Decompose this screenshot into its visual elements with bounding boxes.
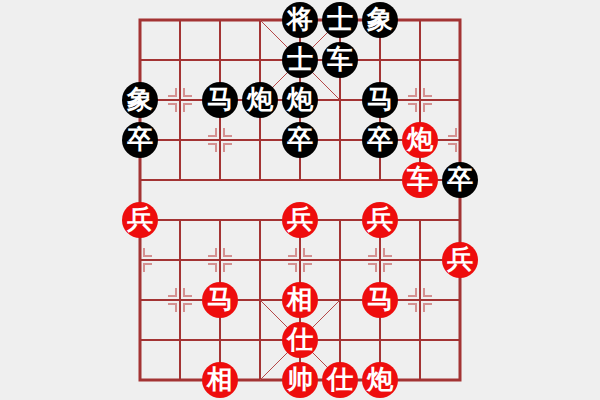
piece-glyph: 兵	[367, 206, 393, 232]
piece-red-soldier[interactable]: 兵	[282, 202, 318, 238]
piece-black-horse[interactable]: 马	[362, 82, 398, 118]
piece-red-advisor[interactable]: 仕	[282, 322, 318, 358]
piece-glyph: 马	[367, 86, 393, 112]
board-pieces-grid: 将士象士车象马炮炮马卒卒卒卒炮车兵兵兵兵马相马仕相帅仕炮	[120, 0, 480, 400]
piece-red-elephant[interactable]: 相	[202, 362, 238, 398]
xiangqi-board: 将士象士车象马炮炮马卒卒卒卒炮车兵兵兵兵马相马仕相帅仕炮	[0, 0, 600, 400]
piece-black-advisor[interactable]: 士	[282, 42, 318, 78]
piece-glyph: 士	[287, 46, 313, 72]
piece-glyph: 炮	[367, 366, 393, 392]
piece-glyph: 仕	[287, 326, 313, 352]
piece-glyph: 卒	[447, 166, 473, 192]
piece-glyph: 马	[207, 286, 233, 312]
piece-black-elephant[interactable]: 象	[122, 82, 158, 118]
piece-glyph: 卒	[367, 126, 393, 152]
piece-glyph: 卒	[287, 126, 313, 152]
piece-glyph: 炮	[247, 86, 273, 112]
piece-glyph: 车	[407, 166, 433, 192]
piece-glyph: 炮	[407, 126, 433, 152]
piece-red-cannon[interactable]: 炮	[402, 122, 438, 158]
piece-glyph: 象	[367, 6, 393, 32]
piece-black-general[interactable]: 将	[282, 2, 318, 38]
piece-glyph: 卒	[127, 126, 153, 152]
piece-glyph: 帅	[287, 366, 313, 392]
piece-red-advisor[interactable]: 仕	[322, 362, 358, 398]
piece-black-elephant[interactable]: 象	[362, 2, 398, 38]
piece-black-chariot[interactable]: 车	[322, 42, 358, 78]
piece-glyph: 将	[287, 6, 313, 32]
piece-red-chariot[interactable]: 车	[402, 162, 438, 198]
piece-red-horse[interactable]: 马	[362, 282, 398, 318]
piece-black-soldier[interactable]: 卒	[122, 122, 158, 158]
piece-black-horse[interactable]: 马	[202, 82, 238, 118]
piece-red-general[interactable]: 帅	[282, 362, 318, 398]
piece-glyph: 炮	[287, 86, 313, 112]
piece-glyph: 相	[207, 366, 233, 392]
piece-glyph: 兵	[447, 246, 473, 272]
piece-glyph: 马	[367, 286, 393, 312]
piece-black-cannon[interactable]: 炮	[242, 82, 278, 118]
piece-glyph: 兵	[127, 206, 153, 232]
piece-red-elephant[interactable]: 相	[282, 282, 318, 318]
piece-black-soldier[interactable]: 卒	[282, 122, 318, 158]
piece-glyph: 象	[127, 86, 153, 112]
piece-black-soldier[interactable]: 卒	[362, 122, 398, 158]
piece-red-soldier[interactable]: 兵	[442, 242, 478, 278]
piece-glyph: 士	[327, 6, 353, 32]
piece-black-soldier[interactable]: 卒	[442, 162, 478, 198]
piece-glyph: 仕	[327, 366, 353, 392]
piece-red-cannon[interactable]: 炮	[362, 362, 398, 398]
piece-glyph: 相	[287, 286, 313, 312]
piece-black-advisor[interactable]: 士	[322, 2, 358, 38]
piece-red-soldier[interactable]: 兵	[362, 202, 398, 238]
piece-red-soldier[interactable]: 兵	[122, 202, 158, 238]
piece-glyph: 马	[207, 86, 233, 112]
piece-glyph: 兵	[287, 206, 313, 232]
piece-glyph: 车	[327, 46, 353, 72]
piece-red-horse[interactable]: 马	[202, 282, 238, 318]
piece-black-cannon[interactable]: 炮	[282, 82, 318, 118]
